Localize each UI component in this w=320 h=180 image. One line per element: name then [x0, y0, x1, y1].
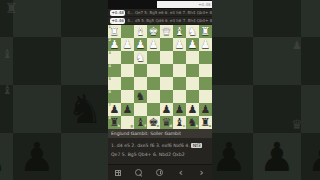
square-a2[interactable]: ♟: [199, 38, 212, 51]
square-d7[interactable]: ♟: [160, 103, 173, 116]
square-c5[interactable]: [173, 77, 186, 90]
white-pawn: ♟: [134, 38, 147, 51]
square-a3[interactable]: [199, 51, 212, 64]
square-c8[interactable]: c♝: [173, 116, 186, 129]
back-icon: ‹: [179, 168, 183, 178]
white-bishop: ♝: [134, 25, 147, 38]
analysis-search-button[interactable]: [132, 166, 146, 180]
square-e8[interactable]: e♚: [147, 116, 160, 129]
board-icon: [115, 170, 121, 176]
square-c2[interactable]: ♟: [173, 38, 186, 51]
moves-after-current[interactable]: Qe7 5. Bg5 Qb4+ 6. Nbd2 Qxb2: [111, 152, 185, 157]
black-pawn: ♟: [173, 103, 186, 116]
board-menu-button[interactable]: [111, 166, 125, 180]
white-rook: ♜: [199, 25, 212, 38]
moves-before-current[interactable]: 1. d4 e5 2. dxe5 f6 3. exf6 Nxf6 4.: [111, 143, 190, 148]
square-e2[interactable]: ♟: [147, 38, 160, 51]
square-e6[interactable]: [147, 90, 160, 103]
search-icon: [135, 169, 143, 177]
white-knight: ♞: [186, 25, 199, 38]
clock-button[interactable]: [153, 166, 167, 180]
square-e5[interactable]: [147, 77, 160, 90]
square-a4[interactable]: [199, 64, 212, 77]
square-d4[interactable]: [160, 64, 173, 77]
square-d1[interactable]: ♛: [160, 25, 173, 38]
engine-line-1[interactable]: +0.48 4... Qe7 5. Bg5 e6 6. e3 h6 7. Bh4…: [108, 9, 212, 17]
current-move[interactable]: Nf3: [191, 143, 202, 148]
square-e1[interactable]: ♚: [147, 25, 160, 38]
rank-label: 4: [109, 65, 111, 69]
white-knight: ♞: [134, 51, 147, 64]
black-pawn: ♟: [121, 103, 134, 116]
eval-gauge-white-bar: +0.48: [157, 1, 212, 8]
black-king: ♚: [147, 116, 160, 129]
square-g4[interactable]: [121, 64, 134, 77]
black-rook: ♜: [199, 116, 212, 129]
square-e3[interactable]: [147, 51, 160, 64]
square-f6[interactable]: ♞: [134, 90, 147, 103]
forward-move-button[interactable]: ›: [195, 166, 209, 180]
square-a7[interactable]: ♟: [199, 103, 212, 116]
video-frame: ♜♝♚♛♝♞♜♟♟♟♟♟♟♟♞♞♟♟♟♟♟♟♜♝♚♛♝♞♜ ♜♝♝♟♛ +0.4…: [0, 0, 320, 180]
square-b3[interactable]: [186, 51, 199, 64]
square-b4[interactable]: [186, 64, 199, 77]
square-g7[interactable]: ♟: [121, 103, 134, 116]
square-d6[interactable]: [160, 90, 173, 103]
black-pawn: ♟: [108, 103, 121, 116]
white-pawn: ♟: [121, 38, 134, 51]
clock-icon: [156, 169, 163, 176]
square-h2[interactable]: 2♟: [108, 38, 121, 51]
square-f2[interactable]: ♟: [134, 38, 147, 51]
white-pawn: ♟: [147, 38, 160, 51]
file-label: g: [130, 125, 133, 129]
square-b8[interactable]: b♞: [186, 116, 199, 129]
black-knight: ♞: [134, 90, 147, 103]
square-e7[interactable]: [147, 103, 160, 116]
white-pawn: ♟: [186, 38, 199, 51]
engine-line-1-eval-badge: +0.48: [110, 10, 125, 16]
square-f7[interactable]: [134, 103, 147, 116]
square-b6[interactable]: [186, 90, 199, 103]
square-h7[interactable]: 7♟: [108, 103, 121, 116]
square-h8[interactable]: 8h♜: [108, 116, 121, 129]
square-c7[interactable]: ♟: [173, 103, 186, 116]
square-b1[interactable]: ♞: [186, 25, 199, 38]
square-d3[interactable]: [160, 51, 173, 64]
white-pawn: ♟: [108, 38, 121, 51]
square-h3[interactable]: 3: [108, 51, 121, 64]
analysis-app-column: +0.48 +0.48 4... Qe7 5. Bg5 e6 6. e3 h6 …: [108, 0, 212, 180]
square-b5[interactable]: [186, 77, 199, 90]
black-pawn: ♟: [160, 103, 173, 116]
square-e4[interactable]: [147, 64, 160, 77]
engine-line-2-moves: 4... d5 5. Bg5 Qd6 6. e3 h6 7. Bh4 Qb4+ …: [127, 18, 212, 23]
black-queen: ♛: [160, 116, 173, 129]
square-f3[interactable]: ♞: [134, 51, 147, 64]
forward-icon: ›: [200, 168, 204, 178]
chess-board: 1♜♝♚♛♝♞♜2♟♟♟♟♟♟♟3♞456♞7♟♟♟♟♟♟8h♜gf♝e♚d♛c…: [108, 25, 212, 129]
square-f4[interactable]: [134, 64, 147, 77]
square-a1[interactable]: ♜: [199, 25, 212, 38]
back-move-button[interactable]: ‹: [174, 166, 188, 180]
engine-line-2-eval-badge: +0.46: [110, 18, 125, 24]
white-queen: ♛: [160, 25, 173, 38]
square-c6[interactable]: [173, 90, 186, 103]
engine-line-2[interactable]: +0.46 4... d5 5. Bg5 Qd6 6. e3 h6 7. Bh4…: [108, 17, 212, 25]
black-bishop: ♝: [134, 116, 147, 129]
square-f1[interactable]: ♝: [134, 25, 147, 38]
square-g3[interactable]: [121, 51, 134, 64]
square-g2[interactable]: ♟: [121, 38, 134, 51]
opening-name: Englund Gambit: Soller Gambit: [111, 131, 181, 136]
opening-name-bar: Englund Gambit: Soller Gambit: [108, 129, 212, 138]
square-f5[interactable]: [134, 77, 147, 90]
square-h4[interactable]: 4: [108, 64, 121, 77]
bottom-nav-bar: ‹ ›: [108, 164, 212, 180]
black-knight: ♞: [186, 116, 199, 129]
square-g1[interactable]: [121, 25, 134, 38]
square-b7[interactable]: ♟: [186, 103, 199, 116]
square-f8[interactable]: f♝: [134, 116, 147, 129]
black-pawn: ♟: [186, 103, 199, 116]
square-d2[interactable]: [160, 38, 173, 51]
square-a6[interactable]: [199, 90, 212, 103]
move-list[interactable]: 1. d4 e5 2. dxe5 f6 3. exf6 Nxf6 4. Nf3 …: [108, 138, 212, 164]
square-a8[interactable]: a♜: [199, 116, 212, 129]
black-rook: ♜: [108, 116, 121, 129]
square-c4[interactable]: [173, 64, 186, 77]
square-g8[interactable]: g: [121, 116, 134, 129]
square-c1[interactable]: ♝: [173, 25, 186, 38]
white-bishop: ♝: [173, 25, 186, 38]
square-a5[interactable]: [199, 77, 212, 90]
square-h6[interactable]: 6: [108, 90, 121, 103]
square-h1[interactable]: 1♜: [108, 25, 121, 38]
eval-value: +0.48: [198, 2, 212, 7]
square-c3[interactable]: [173, 51, 186, 64]
white-rook: ♜: [108, 25, 121, 38]
square-g6[interactable]: [121, 90, 134, 103]
rank-label: 5: [109, 78, 111, 82]
square-g5[interactable]: [121, 77, 134, 90]
white-pawn: ♟: [173, 38, 186, 51]
square-h5[interactable]: 5: [108, 77, 121, 90]
square-b2[interactable]: ♟: [186, 38, 199, 51]
eval-gauge: +0.48: [108, 0, 212, 9]
square-d8[interactable]: d♛: [160, 116, 173, 129]
black-bishop: ♝: [173, 116, 186, 129]
white-king: ♚: [147, 25, 160, 38]
engine-line-1-moves: 4... Qe7 5. Bg5 e6 6. e3 h6 7. Bh4 Qb4+ …: [127, 10, 212, 15]
black-pawn: ♟: [199, 103, 212, 116]
square-d5[interactable]: [160, 77, 173, 90]
rank-label: 6: [109, 91, 111, 95]
rank-label: 3: [109, 52, 111, 56]
white-pawn: ♟: [199, 38, 212, 51]
